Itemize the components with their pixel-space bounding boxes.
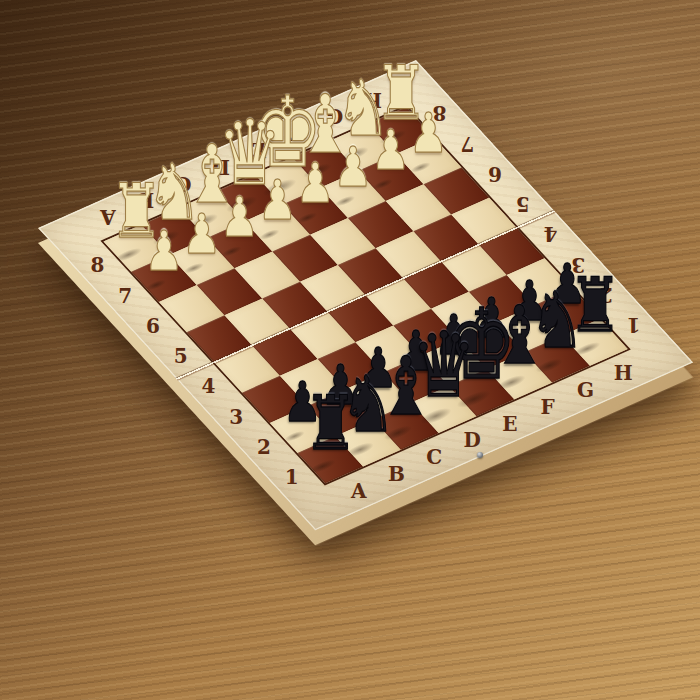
piece-glyph-pawn: ♟: [120, 223, 208, 278]
photo-stage: 88AA77BB66CC55DD44EE33FF22GG11HH ♜♞♝♛♚♝♞…: [0, 0, 700, 700]
hinge-screw: [477, 452, 483, 458]
piece-glyph-rook: ♜: [286, 385, 374, 460]
